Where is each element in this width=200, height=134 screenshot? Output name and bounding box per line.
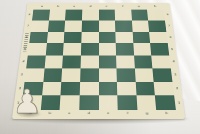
square-h6[interactable]	[149, 32, 167, 44]
file-labels-top: abcdefgh	[34, 5, 164, 8]
square-h1[interactable]	[155, 96, 176, 111]
coordinate-label: 8	[164, 10, 172, 21]
square-h8[interactable]	[147, 10, 165, 21]
square-b7[interactable]	[48, 20, 66, 31]
square-d5[interactable]	[81, 43, 99, 55]
square-c5[interactable]	[63, 43, 81, 55]
coordinate-label: e	[99, 112, 119, 117]
square-c7[interactable]	[65, 20, 82, 31]
square-c1[interactable]	[60, 96, 80, 111]
square-c2[interactable]	[61, 82, 80, 96]
square-e8[interactable]	[99, 10, 116, 21]
square-f3[interactable]	[117, 68, 136, 81]
square-a6[interactable]	[29, 32, 47, 44]
coordinate-label: c	[66, 5, 82, 8]
square-e6[interactable]	[99, 32, 116, 44]
square-b3[interactable]	[43, 68, 62, 81]
photo-scene: abcdefgh abcdefgh 87654321 87654321 ♟	[0, 0, 200, 134]
square-d6[interactable]	[81, 32, 98, 44]
square-a3[interactable]	[25, 68, 45, 81]
coordinate-label: h	[157, 112, 177, 117]
square-g1[interactable]	[136, 96, 156, 111]
coordinate-label: d	[82, 5, 98, 8]
chessboard-grid	[21, 10, 176, 111]
square-g6[interactable]	[132, 32, 150, 44]
square-a8[interactable]	[32, 10, 50, 21]
file-labels-bottom: abcdefgh	[20, 112, 176, 117]
square-e7[interactable]	[99, 20, 116, 31]
square-d2[interactable]	[80, 82, 99, 96]
square-f7[interactable]	[115, 20, 132, 31]
coordinate-label: a	[34, 5, 51, 8]
square-c8[interactable]	[65, 10, 82, 21]
coordinate-label: f	[115, 5, 131, 8]
square-c3[interactable]	[62, 68, 81, 81]
square-f5[interactable]	[116, 43, 134, 55]
square-h4[interactable]	[152, 56, 171, 69]
square-f1[interactable]	[117, 96, 137, 111]
coordinate-label: 6	[166, 32, 174, 44]
square-d1[interactable]	[79, 96, 98, 111]
coordinate-label: 7	[24, 20, 32, 31]
coordinate-label: 3	[17, 68, 26, 81]
square-e1[interactable]	[99, 96, 118, 111]
square-f6[interactable]	[115, 32, 133, 44]
square-g7[interactable]	[132, 20, 150, 31]
coordinate-label: 4	[169, 56, 178, 69]
square-a4[interactable]	[26, 56, 45, 69]
square-b6[interactable]	[47, 32, 65, 44]
square-f8[interactable]	[115, 10, 132, 21]
coordinate-label: 4	[19, 56, 28, 69]
square-a5[interactable]	[28, 43, 47, 55]
white-pawn[interactable]: ♟	[11, 87, 43, 117]
square-b5[interactable]	[45, 43, 63, 55]
square-f4[interactable]	[116, 56, 134, 69]
square-g3[interactable]	[135, 68, 154, 81]
square-f2[interactable]	[117, 82, 136, 96]
square-h7[interactable]	[148, 20, 166, 31]
square-e2[interactable]	[99, 82, 118, 96]
square-d8[interactable]	[82, 10, 99, 21]
square-g4[interactable]	[134, 56, 153, 69]
square-d7[interactable]	[82, 20, 99, 31]
square-e3[interactable]	[99, 68, 117, 81]
square-h3[interactable]	[153, 68, 173, 81]
coordinate-label: g	[137, 112, 157, 117]
square-d4[interactable]	[80, 56, 98, 69]
coordinate-label: 5	[168, 43, 177, 55]
square-b2[interactable]	[42, 82, 62, 96]
square-b8[interactable]	[49, 10, 66, 21]
coordinate-label: d	[79, 112, 99, 117]
coordinate-label: 7	[165, 20, 173, 31]
coordinate-label: g	[131, 5, 147, 8]
coordinate-label: h	[147, 5, 164, 8]
square-b4[interactable]	[44, 56, 63, 69]
square-g2[interactable]	[135, 82, 155, 96]
square-d3[interactable]	[80, 68, 98, 81]
square-g5[interactable]	[133, 43, 151, 55]
square-g8[interactable]	[131, 10, 148, 21]
square-e5[interactable]	[99, 43, 117, 55]
square-c6[interactable]	[64, 32, 82, 44]
coordinate-label: e	[99, 5, 115, 8]
coordinate-label: f	[118, 112, 138, 117]
square-c4[interactable]	[62, 56, 80, 69]
square-b1[interactable]	[40, 96, 60, 111]
square-h5[interactable]	[150, 43, 169, 55]
coordinate-label: c	[59, 112, 79, 117]
square-e4[interactable]	[99, 56, 117, 69]
square-a7[interactable]	[31, 20, 49, 31]
coordinate-label: b	[50, 5, 66, 8]
square-h2[interactable]	[154, 82, 174, 96]
coordinate-label: 8	[25, 10, 33, 21]
